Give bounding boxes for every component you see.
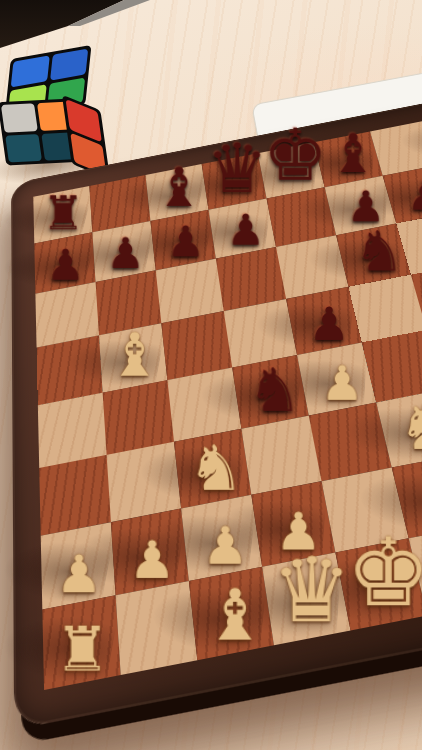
piece-shadow xyxy=(226,155,317,195)
piece-shadow xyxy=(0,198,90,239)
square-a4[interactable] xyxy=(38,393,107,468)
square-f5[interactable] xyxy=(348,275,422,343)
square-g8[interactable] xyxy=(370,120,422,175)
piece-black-pawn-f7[interactable]: ♟ xyxy=(305,185,422,228)
piece-white-rook-a1[interactable]: ♜ xyxy=(4,619,160,680)
square-e7[interactable] xyxy=(267,187,337,247)
piece-black-pawn-g7[interactable]: ♟ xyxy=(365,174,422,217)
square-c8[interactable]: ♝ xyxy=(146,164,209,221)
piece-black-bishop-f8[interactable]: ♝ xyxy=(294,126,412,180)
piece-black-pawn-b7[interactable]: ♟ xyxy=(64,232,186,275)
piece-white-knight-f3[interactable]: ♞ xyxy=(355,396,422,459)
piece-black-pawn-c7[interactable]: ♟ xyxy=(124,220,246,263)
board-squares: ♜♝♛♚♝♜♟♟♟♟♟♟♟♞♝♟♞♟♞♞♟♟♟♟♟♟♟♜♝♛♚♜ xyxy=(33,110,422,690)
piece-shadow xyxy=(398,122,422,160)
square-e8[interactable]: ♚ xyxy=(258,142,325,198)
square-a6[interactable] xyxy=(35,282,99,347)
square-g7[interactable]: ♟ xyxy=(383,165,422,224)
square-b7[interactable]: ♟ xyxy=(92,221,155,282)
piece-black-bishop-c8[interactable]: ♝ xyxy=(120,160,238,214)
square-f7[interactable]: ♟ xyxy=(325,176,397,235)
piece-black-pawn-a7[interactable]: ♟ xyxy=(4,244,126,287)
square-a8[interactable]: ♜ xyxy=(33,186,92,244)
square-b6[interactable] xyxy=(96,270,162,335)
piece-shadow xyxy=(169,165,261,205)
chessboard-scene: ♜♝♛♚♝♜♟♟♟♟♟♟♟♞♝♟♞♟♞♞♟♟♟♟♟♟♟♜♝♛♚♜ xyxy=(0,55,422,655)
piece-black-king-e8[interactable]: ♚ xyxy=(236,120,354,192)
piece-white-king-e1[interactable]: ♚ xyxy=(310,526,422,620)
piece-shadow xyxy=(353,177,422,219)
piece-black-rook-a8[interactable]: ♜ xyxy=(4,190,122,237)
square-a7[interactable]: ♟ xyxy=(34,232,95,293)
square-c6[interactable] xyxy=(156,259,224,324)
piece-shadow xyxy=(55,233,152,277)
square-b8[interactable] xyxy=(89,175,150,232)
piece-black-rook-h8[interactable]: ♜ xyxy=(410,111,422,158)
square-e6[interactable] xyxy=(276,235,348,299)
piece-white-knight-c3[interactable]: ♞ xyxy=(145,437,288,500)
square-a5[interactable] xyxy=(37,335,103,405)
square-g6[interactable] xyxy=(396,212,422,275)
square-c3[interactable]: ♞ xyxy=(174,429,251,509)
chessboard[interactable]: ♜♝♛♚♝♜♟♟♟♟♟♟♟♞♝♟♞♟♞♞♟♟♟♟♟♟♟♜♝♛♚♜ xyxy=(11,89,422,730)
square-d6[interactable] xyxy=(216,247,286,311)
square-f3[interactable]: ♞ xyxy=(376,389,422,467)
piece-black-queen-d8[interactable]: ♛ xyxy=(178,135,296,203)
piece-shadow xyxy=(0,245,93,290)
piece-shadow xyxy=(283,144,373,183)
square-f6[interactable]: ♞ xyxy=(336,223,411,286)
square-d8[interactable]: ♛ xyxy=(202,153,267,210)
piece-black-knight-f6[interactable]: ♞ xyxy=(316,223,422,279)
piece-white-bishop-b5[interactable]: ♝ xyxy=(69,325,201,385)
piece-shadow xyxy=(59,336,163,388)
square-b5[interactable]: ♝ xyxy=(99,323,167,393)
square-g5[interactable] xyxy=(411,263,422,330)
piece-shadow xyxy=(304,236,401,282)
square-e1[interactable]: ♚ xyxy=(335,538,422,630)
piece-shadow xyxy=(111,176,204,216)
piece-shadow xyxy=(251,300,352,351)
square-a1[interactable]: ♜ xyxy=(42,595,120,690)
piece-shadow xyxy=(115,222,211,266)
piece-shadow xyxy=(293,188,386,230)
square-d7[interactable]: ♟ xyxy=(208,198,275,258)
square-c7[interactable]: ♟ xyxy=(150,210,215,271)
square-f8[interactable]: ♝ xyxy=(314,131,383,187)
piece-shadow xyxy=(174,211,269,254)
piece-shadow xyxy=(412,166,422,207)
screenshot: ♜♝♛♚♝♜♟♟♟♟♟♟♟♞♝♟♞♟♞♞♟♟♟♟♟♟♟♜♝♛♚♜ xyxy=(0,0,422,750)
piece-black-pawn-d7[interactable]: ♟ xyxy=(184,209,306,252)
